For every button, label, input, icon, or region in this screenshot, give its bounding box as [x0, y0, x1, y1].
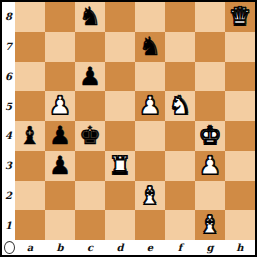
square-d1[interactable] [105, 210, 135, 240]
square-a6[interactable] [15, 62, 45, 92]
file-label-b: b [45, 240, 75, 255]
file-label-e: e [135, 240, 165, 255]
square-a3[interactable] [15, 151, 45, 181]
square-g6[interactable] [195, 62, 225, 92]
square-g3[interactable]: ♟ [195, 151, 225, 181]
white-rook-d3: ♜ [109, 151, 131, 181]
rank-label-4: 4 [2, 121, 15, 151]
square-c8[interactable]: ♞ [75, 2, 105, 32]
square-g5[interactable] [195, 91, 225, 121]
square-b8[interactable] [45, 2, 75, 32]
square-c1[interactable] [75, 210, 105, 240]
square-f7[interactable] [165, 32, 195, 62]
chess-board: ♞♛♞♟♟♟♞♝♟♚♚♟♜♟♝♝ [15, 2, 255, 240]
square-c5[interactable] [75, 91, 105, 121]
rank-labels: 87654321 [2, 2, 15, 240]
black-knight-e7: ♞ [139, 32, 161, 62]
square-e8[interactable] [135, 2, 165, 32]
square-c6[interactable]: ♟ [75, 62, 105, 92]
rank-label-7: 7 [2, 32, 15, 62]
square-f6[interactable] [165, 62, 195, 92]
square-c3[interactable] [75, 151, 105, 181]
white-pawn-e5: ♟ [139, 91, 161, 121]
square-e2[interactable]: ♝ [135, 181, 165, 211]
black-pawn-b3: ♟ [49, 151, 71, 181]
rank-label-5: 5 [2, 91, 15, 121]
white-king-g4: ♚ [199, 121, 221, 151]
black-king-c4: ♚ [79, 121, 101, 151]
square-f3[interactable] [165, 151, 195, 181]
white-queen-h8: ♛ [229, 2, 251, 32]
white-bishop-g1: ♝ [199, 210, 221, 240]
black-pawn-c6: ♟ [79, 62, 101, 92]
square-d6[interactable] [105, 62, 135, 92]
file-label-c: c [75, 240, 105, 255]
square-e5[interactable]: ♟ [135, 91, 165, 121]
square-a2[interactable] [15, 181, 45, 211]
square-g2[interactable] [195, 181, 225, 211]
square-a5[interactable] [15, 91, 45, 121]
rank-label-6: 6 [2, 62, 15, 92]
square-d5[interactable] [105, 91, 135, 121]
file-label-f: f [165, 240, 195, 255]
side-to-move-indicator [2, 240, 15, 255]
black-knight-c8: ♞ [79, 2, 101, 32]
white-bishop-e2: ♝ [139, 181, 161, 211]
square-b2[interactable] [45, 181, 75, 211]
square-h5[interactable] [225, 91, 255, 121]
white-to-move-circle-icon [4, 241, 15, 254]
square-g4[interactable]: ♚ [195, 121, 225, 151]
square-h8[interactable]: ♛ [225, 2, 255, 32]
square-h6[interactable] [225, 62, 255, 92]
rank-label-2: 2 [2, 181, 15, 211]
square-c2[interactable] [75, 181, 105, 211]
square-h2[interactable] [225, 181, 255, 211]
square-e1[interactable] [135, 210, 165, 240]
rank-label-8: 8 [2, 2, 15, 32]
square-g7[interactable] [195, 32, 225, 62]
square-e7[interactable]: ♞ [135, 32, 165, 62]
square-d7[interactable] [105, 32, 135, 62]
square-f4[interactable] [165, 121, 195, 151]
square-h3[interactable] [225, 151, 255, 181]
square-d2[interactable] [105, 181, 135, 211]
square-b5[interactable]: ♟ [45, 91, 75, 121]
file-label-h: h [225, 240, 255, 255]
square-a7[interactable] [15, 32, 45, 62]
square-c4[interactable]: ♚ [75, 121, 105, 151]
square-b3[interactable]: ♟ [45, 151, 75, 181]
square-f8[interactable] [165, 2, 195, 32]
white-pawn-b5: ♟ [49, 91, 71, 121]
square-e6[interactable] [135, 62, 165, 92]
file-label-d: d [105, 240, 135, 255]
black-pawn-b4: ♟ [49, 121, 71, 151]
square-a8[interactable] [15, 2, 45, 32]
square-d3[interactable]: ♜ [105, 151, 135, 181]
rank-label-1: 1 [2, 210, 15, 240]
square-h4[interactable] [225, 121, 255, 151]
square-g8[interactable] [195, 2, 225, 32]
square-h7[interactable] [225, 32, 255, 62]
file-label-g: g [195, 240, 225, 255]
square-h1[interactable] [225, 210, 255, 240]
square-b4[interactable]: ♟ [45, 121, 75, 151]
white-knight-f5: ♞ [169, 91, 191, 121]
file-label-a: a [15, 240, 45, 255]
square-d8[interactable] [105, 2, 135, 32]
square-d4[interactable] [105, 121, 135, 151]
square-g1[interactable]: ♝ [195, 210, 225, 240]
square-b1[interactable] [45, 210, 75, 240]
square-a1[interactable] [15, 210, 45, 240]
square-e4[interactable] [135, 121, 165, 151]
rank-label-3: 3 [2, 151, 15, 181]
square-f1[interactable] [165, 210, 195, 240]
square-f5[interactable]: ♞ [165, 91, 195, 121]
square-b6[interactable] [45, 62, 75, 92]
chess-diagram: 87654321 ♞♛♞♟♟♟♞♝♟♚♚♟♜♟♝♝ abcdefgh [0, 0, 257, 257]
square-e3[interactable] [135, 151, 165, 181]
black-bishop-a4: ♝ [19, 121, 41, 151]
white-pawn-g3: ♟ [199, 151, 221, 181]
square-f2[interactable] [165, 181, 195, 211]
square-c7[interactable] [75, 32, 105, 62]
square-a4[interactable]: ♝ [15, 121, 45, 151]
file-labels: abcdefgh [15, 240, 255, 255]
square-b7[interactable] [45, 32, 75, 62]
